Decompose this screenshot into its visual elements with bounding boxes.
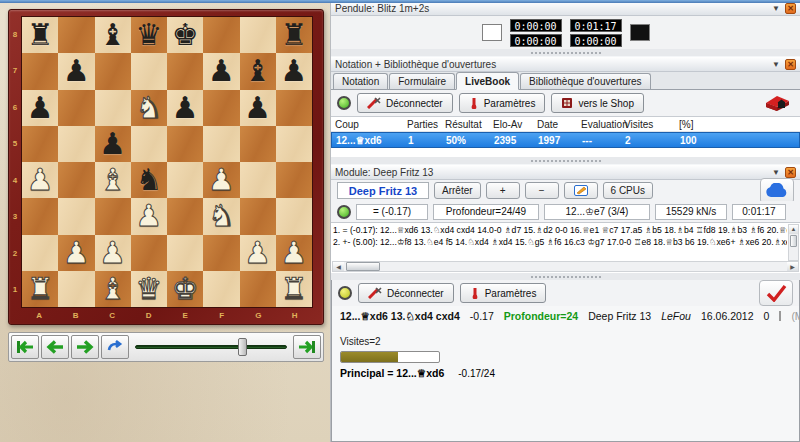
black-clock-main: 0:01:17 [570,19,622,32]
settings-button[interactable]: Paramètres [459,93,546,113]
white-piece: ♟ [244,238,271,268]
square-c3[interactable] [95,198,131,234]
engine-panel-title: Module: Deep Fritz 13 [335,167,772,178]
square-h2[interactable]: ♟ [276,235,312,271]
fritz-app: 87654321 ♜♝♛♚♜♟♟♝♟♟♞♟♟♟♟♝♞♟♟♞♟♟♟♟♜♝♛♚♜ A… [0,0,800,442]
square-f7[interactable]: ♟ [203,53,239,89]
square-h3[interactable] [276,198,312,234]
scroll-left-icon[interactable]: ◀ [333,262,344,271]
rank-label: 5 [9,126,21,163]
square-d3[interactable]: ♟ [131,198,167,234]
white-piece: ♚ [172,274,199,304]
square-e3[interactable] [167,198,203,234]
square-c7[interactable] [95,53,131,89]
letscheck-led-icon [338,286,352,300]
file-label: B [58,308,95,322]
analysis-move-line[interactable]: 12...♕xd6 13.♘xd4 cxd4 [340,310,460,322]
analysis-count: 0 [764,310,770,322]
progress-fill [341,352,398,362]
right-panels: Pendule: Blitz 1m+2s ▼ ✕ 0:00:00 0:00:00… [330,0,800,442]
square-f8[interactable] [203,17,239,53]
notation-tabs: Notation Formulaire LiveBook Bibliothèqu… [331,72,800,90]
settings-button[interactable]: Paramètres [460,283,547,303]
shop-button[interactable]: vers le Shop [551,93,644,113]
square-a4[interactable]: ♟ [22,162,58,198]
white-piece: ♟ [135,201,162,231]
square-g5[interactable] [240,126,276,162]
white-piece: ♟ [27,165,54,195]
analysis-date: 16.06.2012 [701,310,754,322]
close-pane-icon[interactable]: ✕ [785,59,796,70]
wrench-icon [469,97,479,109]
file-label: F [204,308,241,322]
square-c5[interactable]: ♟ [95,126,131,162]
remove-line-button[interactable]: − [525,182,559,199]
square-a2[interactable] [22,235,58,271]
pane-splitter[interactable] [331,157,800,164]
square-f2[interactable] [203,235,239,271]
square-a1[interactable]: ♜ [22,271,58,307]
livebook-toolbar: Déconnecter Paramètres vers le Shop [331,90,800,116]
goto-end-button[interactable] [293,335,321,359]
principal-move-label: Principal = 12...♕xd6 [340,367,444,379]
square-h7[interactable]: ♟ [276,53,312,89]
file-label: D [131,308,168,322]
tab-livebook[interactable]: LiveBook [456,72,519,90]
vertical-scroll-thumb[interactable] [790,235,797,247]
square-a5[interactable] [22,126,58,162]
disconnect-button[interactable]: Déconnecter [357,93,453,113]
white-clock-sub: 0:00:00 [510,34,562,47]
black-piece: ♜ [27,20,54,50]
white-piece: ♟ [63,238,90,268]
square-b7[interactable]: ♟ [58,53,94,89]
square-e2[interactable] [167,235,203,271]
square-e7[interactable] [167,53,203,89]
notation-panel-header: Notation + Bibliothèque d'ouvertures ▼ ✕ [331,56,800,72]
disconnect-icon [368,287,382,299]
engine-variations-box: 1. = (-0.17): 12...♕xd6 13.♘xd4 cxd4 14.… [331,222,800,273]
chevron-down-icon[interactable]: ▼ [772,168,780,177]
square-f5[interactable] [203,126,239,162]
engine-panel-header: Module: Deep Fritz 13 ▼ ✕ [331,164,800,180]
white-piece: ♞ [208,201,235,231]
chevron-down-icon[interactable]: ▼ [772,60,780,69]
red-check-icon [765,284,787,302]
square-c8[interactable]: ♝ [95,17,131,53]
square-c6[interactable] [95,90,131,126]
livebook-book-icon[interactable] [760,90,794,116]
engine-cloud-button[interactable] [760,178,794,204]
add-line-button[interactable]: + [486,182,520,199]
scroll-up-icon[interactable]: ▲ [789,225,798,234]
engine-line-2[interactable]: 2. +- (5.00): 12...♔f8 13.♘e4 f5 14.♘xd4… [333,236,787,248]
livebook-table-header: CoupPartiesRésultatElo-AvDateEvaluationV… [331,117,800,132]
disconnect-button[interactable]: Déconnecter [358,283,454,303]
file-label: H [277,308,314,322]
rank-label: 8 [9,16,21,53]
letscheck-toolbar: Déconnecter Paramètres [332,280,799,306]
square-f3[interactable]: ♞ [203,198,239,234]
white-piece: ♟ [208,165,235,195]
engine-eval-field: = (-0.17) [356,204,428,220]
square-d5[interactable] [131,126,167,162]
chevron-down-icon[interactable]: ▼ [772,4,780,13]
file-labels: ABCDEFGH [21,308,313,322]
black-piece: ♝ [99,20,126,50]
pane-splitter[interactable] [331,49,800,56]
engine-line-1[interactable]: 1. = (-0.17): 12...♕xd6 13.♘xd4 cxd4 14.… [333,224,787,236]
engine-speed-field: 15529 kN/s [655,204,727,220]
black-piece: ♟ [208,56,235,86]
square-g4[interactable] [240,162,276,198]
livebook-table: CoupPartiesRésultatElo-AvDateEvaluationV… [331,116,800,157]
square-h6[interactable] [276,90,312,126]
square-a7[interactable] [22,53,58,89]
square-d1[interactable]: ♛ [131,271,167,307]
tab-formulaire[interactable]: Formulaire [389,73,455,89]
engine-time-field: 0:01:17 [732,204,786,220]
black-piece: ♟ [63,56,90,86]
clock-panel-title: Pendule: Blitz 1m+2s [335,3,772,14]
engine-toolbar-row2: = (-0.17) Profondeur=24/49 12...♔e7 (3/4… [331,201,800,222]
analysis-eval: -0.17 [470,310,494,322]
chess-board-frame: 87654321 ♜♝♛♚♜♟♟♝♟♟♞♟♟♟♟♝♞♟♟♞♟♟♟♟♜♝♛♚♜ A… [8,9,324,325]
engine-toolbar-row1: Deep Fritz 13 Arrêter + − 6 CPUs [331,180,800,201]
takeback-button[interactable] [101,335,129,359]
rank-label: 4 [9,162,21,199]
square-e6[interactable]: ♟ [167,90,203,126]
file-label: E [167,308,204,322]
file-label: G [240,308,277,322]
cpu-count-button[interactable]: 6 CPUs [603,182,653,199]
square-h8[interactable]: ♜ [276,17,312,53]
square-h4[interactable] [276,162,312,198]
black-piece: ♛ [135,20,162,50]
square-c1[interactable]: ♝ [95,271,131,307]
square-a8[interactable]: ♜ [22,17,58,53]
rank-label: 3 [9,199,21,236]
black-piece: ♝ [244,56,271,86]
principal-progress-bar [340,351,440,363]
visits-label: Visites=2 [332,322,799,349]
engine-name[interactable]: Deep Fritz 13 [337,182,429,199]
square-b6[interactable] [58,90,94,126]
close-pane-icon[interactable]: ✕ [785,3,796,14]
rank-label: 1 [9,272,21,309]
square-f6[interactable] [203,90,239,126]
goto-start-button[interactable] [11,335,39,359]
slider-track [135,345,287,349]
horizontal-scrollbar[interactable]: ◀ ▶ [332,261,799,272]
black-clock-sub: 0:00:00 [570,34,622,47]
rank-labels: 87654321 [9,16,21,308]
principal-row: Principal = 12...♕xd6 -0.17/24 [332,365,799,381]
close-pane-icon[interactable]: ✕ [785,167,796,178]
black-piece: ♟ [280,56,307,86]
analysis-depth: Profondeur=24 [504,310,578,322]
slider-thumb[interactable] [238,338,247,356]
file-label: C [94,308,131,322]
square-d6[interactable]: ♞ [131,90,167,126]
black-piece: ♟ [27,93,54,123]
horizontal-scroll-thumb[interactable] [346,262,380,271]
square-e8[interactable]: ♚ [167,17,203,53]
edit-notepad-button[interactable] [564,182,598,199]
rank-label: 7 [9,53,21,90]
square-b5[interactable] [58,126,94,162]
stop-engine-button[interactable]: Arrêter [434,182,481,199]
square-h1[interactable]: ♜ [276,271,312,307]
white-piece: ♝ [99,274,126,304]
square-g2[interactable]: ♟ [240,235,276,271]
white-piece: ♜ [27,274,54,304]
black-piece: ♚ [172,20,199,50]
square-e5[interactable] [167,126,203,162]
analysis-user: LeFou [661,310,691,322]
notation-panel-title: Notation + Bibliothèque d'ouvertures [335,59,772,70]
square-g1[interactable] [240,271,276,307]
square-h5[interactable] [276,126,312,162]
square-b3[interactable] [58,198,94,234]
square-b1[interactable] [58,271,94,307]
window-top-edge [0,0,800,3]
square-e1[interactable]: ♚ [167,271,203,307]
scroll-right-icon[interactable]: ▶ [787,262,798,271]
square-c4[interactable]: ♝ [95,162,131,198]
engine-current-move-field: 12...♔e7 (3/4) [544,204,650,220]
rank-label: 2 [9,235,21,272]
notepad-pencil-icon [574,185,588,196]
black-piece: ♟ [99,129,126,159]
square-g7[interactable]: ♝ [240,53,276,89]
board-pane: 87654321 ♜♝♛♚♜♟♟♝♟♟♞♟♟♟♟♝♞♟♟♞♟♟♟♟♜♝♛♚♜ A… [0,0,330,442]
square-g8[interactable] [240,17,276,53]
vertical-scrollbar[interactable]: ▲ [788,224,799,261]
white-piece: ♟ [280,238,307,268]
black-piece: ♞ [135,165,162,195]
chess-board[interactable]: ♜♝♛♚♜♟♟♝♟♟♞♟♟♟♟♝♞♟♟♞♟♟♟♟♜♝♛♚♜ [21,16,313,308]
white-piece: ♝ [99,165,126,195]
wrench-icon [470,287,480,299]
square-a3[interactable] [22,198,58,234]
square-f1[interactable] [203,271,239,307]
livebook-table-row-selected[interactable]: 12...♕xd6150%23951997---2100 [331,132,800,148]
white-piece: ♛ [135,274,162,304]
pane-splitter[interactable] [331,273,800,280]
engine-depth-field: Profondeur=24/49 [433,204,539,220]
square-b4[interactable] [58,162,94,198]
square-b2[interactable]: ♟ [58,235,94,271]
square-a6[interactable]: ♟ [22,90,58,126]
connection-led-icon [337,96,351,110]
square-d2[interactable] [131,235,167,271]
tab-notation[interactable]: Notation [333,73,388,89]
square-d7[interactable] [131,53,167,89]
square-d8[interactable]: ♛ [131,17,167,53]
black-piece: ♟ [244,93,271,123]
letscheck-panel: Déconnecter Paramètres 12...♕xd6 13.♘xd4… [331,280,800,442]
rank-label: 6 [9,89,21,126]
square-g3[interactable] [240,198,276,234]
move-navigation-bar [8,332,324,362]
letscheck-info-row: 12...♕xd6 13.♘xd4 cxd4 -0.17 Profondeur=… [332,306,799,322]
engine-led-icon [337,205,351,219]
square-b8[interactable] [58,17,94,53]
back-button[interactable] [41,335,69,359]
principal-eval-label: -0.17/24 [458,368,495,379]
square-f4[interactable]: ♟ [203,162,239,198]
square-e4[interactable] [167,162,203,198]
shop-icon [561,97,573,109]
black-piece: ♜ [280,20,307,50]
white-side-icon [482,24,502,41]
variant-label: (Ma Variante) [791,310,800,322]
letscheck-check-button[interactable] [759,280,793,306]
file-label: A [21,308,58,322]
black-piece: ♟ [172,93,199,123]
white-piece: ♟ [99,238,126,268]
cloud-icon [764,183,790,199]
white-clock-main: 0:00:00 [510,19,562,32]
white-piece: ♜ [280,274,307,304]
square-g6[interactable]: ♟ [240,90,276,126]
clock-display: 0:00:00 0:00:00 0:01:17 0:00:00 [331,16,800,49]
square-c2[interactable]: ♟ [95,235,131,271]
analysis-engine: Deep Fritz 13 [588,310,651,322]
tab-bibliotheque[interactable]: Bibliothèque d'ouvertures [520,73,651,89]
square-d4[interactable]: ♞ [131,162,167,198]
forward-button[interactable] [71,335,99,359]
france-flag-icon [779,311,781,321]
white-piece: ♞ [135,93,162,123]
black-side-icon [630,24,650,41]
disconnect-icon [367,97,381,109]
game-position-slider[interactable] [135,335,287,359]
